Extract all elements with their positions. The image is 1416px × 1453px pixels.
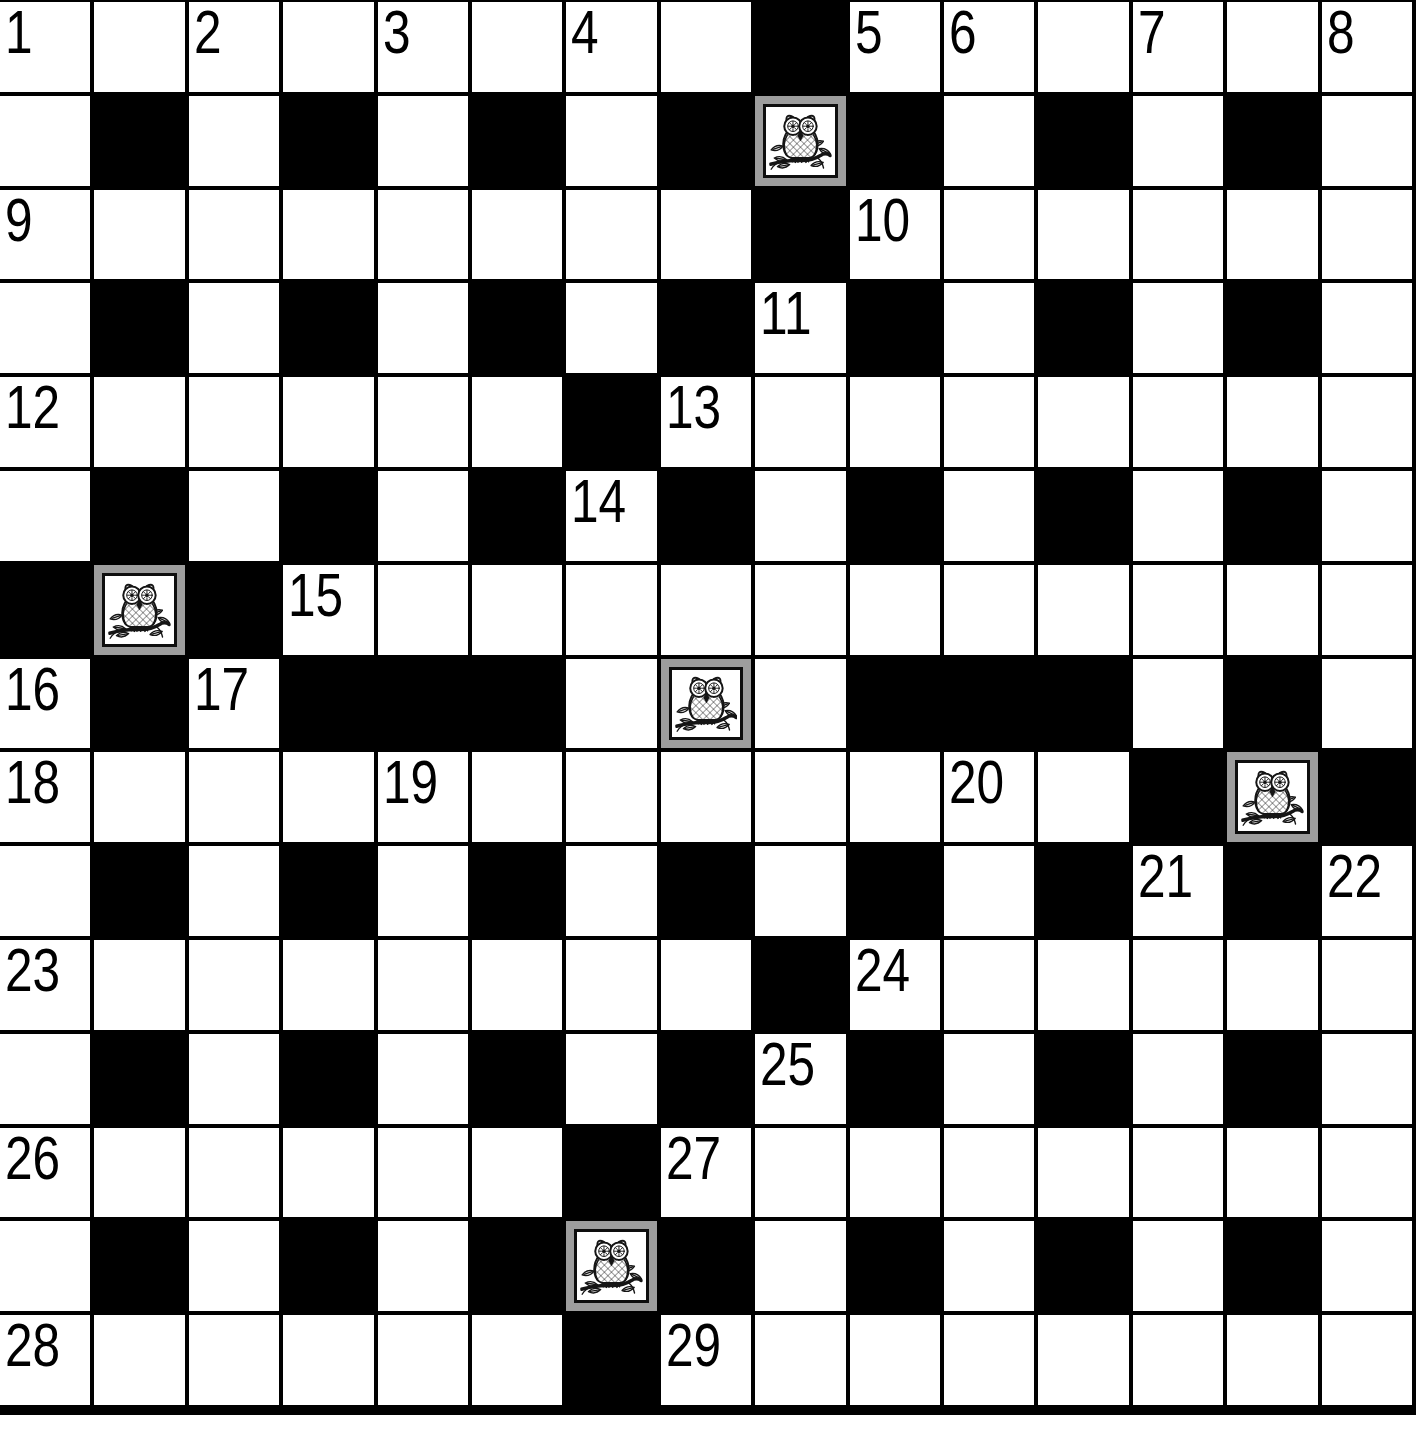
clue-number: 11 <box>760 280 812 345</box>
white-cell[interactable] <box>661 752 751 842</box>
white-cell[interactable] <box>189 96 279 186</box>
black-cell <box>378 659 468 749</box>
white-cell[interactable] <box>189 1034 279 1124</box>
black-cell <box>283 1034 373 1124</box>
owl-frame <box>1235 760 1309 834</box>
clue-number: 6 <box>949 0 977 64</box>
white-cell[interactable] <box>1133 96 1223 186</box>
black-cell <box>472 1221 562 1311</box>
owl-cell[interactable] <box>1227 752 1317 842</box>
white-cell[interactable] <box>944 96 1034 186</box>
white-cell[interactable] <box>661 565 751 655</box>
white-cell[interactable] <box>378 1034 468 1124</box>
clue-number: 7 <box>1138 0 1166 64</box>
clue-number: 10 <box>855 187 910 252</box>
white-cell[interactable] <box>189 190 279 280</box>
white-cell[interactable] <box>755 1221 845 1311</box>
white-cell[interactable]: 22 <box>1322 846 1412 936</box>
white-cell[interactable] <box>189 1315 279 1405</box>
white-cell[interactable] <box>378 940 468 1030</box>
white-cell[interactable] <box>755 752 845 842</box>
white-cell[interactable] <box>472 565 562 655</box>
white-cell[interactable] <box>378 471 468 561</box>
white-cell[interactable] <box>1322 96 1412 186</box>
black-cell <box>94 471 184 561</box>
white-cell[interactable] <box>1038 940 1128 1030</box>
black-cell <box>755 940 845 1030</box>
white-cell[interactable] <box>944 565 1034 655</box>
white-cell[interactable] <box>566 940 656 1030</box>
white-cell[interactable] <box>1038 190 1128 280</box>
white-cell[interactable]: 9 <box>0 190 90 280</box>
white-cell[interactable] <box>94 752 184 842</box>
clue-number: 27 <box>666 1125 721 1190</box>
white-cell[interactable]: 21 <box>1133 846 1223 936</box>
white-cell[interactable] <box>0 1034 90 1124</box>
black-cell <box>661 1221 751 1311</box>
white-cell[interactable] <box>566 846 656 936</box>
white-cell[interactable] <box>1227 2 1317 92</box>
white-cell[interactable] <box>1133 659 1223 749</box>
white-cell[interactable] <box>566 752 656 842</box>
white-cell[interactable] <box>472 190 562 280</box>
white-cell[interactable] <box>472 1128 562 1218</box>
black-cell <box>94 1034 184 1124</box>
white-cell[interactable] <box>1227 1128 1317 1218</box>
white-cell[interactable] <box>1133 190 1223 280</box>
black-cell <box>283 846 373 936</box>
black-cell <box>1227 283 1317 373</box>
owl-cell[interactable] <box>566 1221 656 1311</box>
white-cell[interactable] <box>944 283 1034 373</box>
white-cell[interactable] <box>189 283 279 373</box>
clue-number: 23 <box>5 937 60 1002</box>
clue-number: 1 <box>5 0 33 64</box>
black-cell <box>850 1034 940 1124</box>
black-cell <box>283 659 373 749</box>
white-cell[interactable] <box>1038 565 1128 655</box>
white-cell[interactable] <box>1133 283 1223 373</box>
owl-frame <box>669 667 743 741</box>
owl-cell[interactable] <box>94 565 184 655</box>
black-cell <box>1038 471 1128 561</box>
white-cell[interactable]: 11 <box>755 283 845 373</box>
white-cell[interactable] <box>1322 283 1412 373</box>
white-cell[interactable] <box>755 659 845 749</box>
clue-number: 14 <box>571 468 626 533</box>
white-cell[interactable]: 24 <box>850 940 940 1030</box>
white-cell[interactable] <box>755 846 845 936</box>
white-cell[interactable]: 3 <box>378 2 468 92</box>
white-cell[interactable] <box>1227 1315 1317 1405</box>
white-cell[interactable]: 18 <box>0 752 90 842</box>
clue-number: 24 <box>855 937 910 1002</box>
clue-number: 19 <box>383 749 438 814</box>
black-cell <box>850 659 940 749</box>
white-cell[interactable] <box>1133 940 1223 1030</box>
owl-cell[interactable] <box>661 659 751 749</box>
white-cell[interactable]: 4 <box>566 2 656 92</box>
white-cell[interactable] <box>755 1315 845 1405</box>
white-cell[interactable]: 1 <box>0 2 90 92</box>
black-cell <box>94 659 184 749</box>
black-cell <box>661 283 751 373</box>
clue-number: 4 <box>571 0 599 64</box>
black-cell <box>1227 471 1317 561</box>
white-cell[interactable] <box>378 377 468 467</box>
white-cell[interactable] <box>94 2 184 92</box>
black-cell <box>755 190 845 280</box>
black-cell <box>94 1221 184 1311</box>
white-cell[interactable] <box>472 2 562 92</box>
white-cell[interactable] <box>378 1315 468 1405</box>
black-cell <box>94 96 184 186</box>
white-cell[interactable]: 7 <box>1133 2 1223 92</box>
white-cell[interactable] <box>1227 377 1317 467</box>
white-cell[interactable] <box>1133 1221 1223 1311</box>
white-cell[interactable]: 27 <box>661 1128 751 1218</box>
white-cell[interactable] <box>378 846 468 936</box>
black-cell <box>472 471 562 561</box>
white-cell[interactable] <box>1322 940 1412 1030</box>
white-cell[interactable] <box>850 1128 940 1218</box>
black-cell <box>1227 846 1317 936</box>
black-cell <box>189 565 279 655</box>
owl-icon <box>769 110 832 172</box>
clue-number: 18 <box>5 749 60 814</box>
white-cell[interactable] <box>1133 1315 1223 1405</box>
owl-icon <box>675 672 738 734</box>
black-cell <box>1133 752 1223 842</box>
white-cell[interactable] <box>1038 2 1128 92</box>
black-cell <box>661 1034 751 1124</box>
white-cell[interactable] <box>566 190 656 280</box>
white-cell[interactable] <box>1227 190 1317 280</box>
white-cell[interactable] <box>472 377 562 467</box>
white-cell[interactable] <box>472 752 562 842</box>
clue-number: 26 <box>5 1125 60 1190</box>
white-cell[interactable] <box>1133 377 1223 467</box>
white-cell[interactable] <box>566 565 656 655</box>
black-cell <box>566 377 656 467</box>
black-cell <box>944 659 1034 749</box>
black-cell <box>850 471 940 561</box>
clue-number: 22 <box>1327 843 1382 908</box>
clue-number: 12 <box>5 374 60 439</box>
white-cell[interactable] <box>472 1315 562 1405</box>
white-cell[interactable] <box>94 377 184 467</box>
white-cell[interactable] <box>1133 565 1223 655</box>
white-cell[interactable] <box>944 846 1034 936</box>
white-cell[interactable] <box>755 565 845 655</box>
white-cell[interactable]: 12 <box>0 377 90 467</box>
white-cell[interactable] <box>94 1315 184 1405</box>
white-cell[interactable] <box>1038 752 1128 842</box>
black-cell <box>94 846 184 936</box>
white-cell[interactable] <box>283 940 373 1030</box>
white-cell[interactable]: 17 <box>189 659 279 749</box>
white-cell[interactable] <box>1038 377 1128 467</box>
white-cell[interactable]: 5 <box>850 2 940 92</box>
white-cell[interactable] <box>283 377 373 467</box>
white-cell[interactable] <box>283 190 373 280</box>
white-cell[interactable] <box>189 846 279 936</box>
white-cell[interactable] <box>0 283 90 373</box>
black-cell <box>755 2 845 92</box>
white-cell[interactable] <box>94 940 184 1030</box>
clue-number: 16 <box>5 656 60 721</box>
white-cell[interactable]: 8 <box>1322 2 1412 92</box>
black-cell <box>1038 659 1128 749</box>
white-cell[interactable] <box>944 471 1034 561</box>
owl-cell[interactable] <box>755 96 845 186</box>
owl-icon <box>108 579 171 641</box>
clue-number: 25 <box>760 1031 815 1096</box>
black-cell <box>661 846 751 936</box>
black-cell <box>850 283 940 373</box>
white-cell[interactable] <box>944 940 1034 1030</box>
white-cell[interactable] <box>566 1034 656 1124</box>
black-cell <box>566 1315 656 1405</box>
white-cell[interactable] <box>566 659 656 749</box>
white-cell[interactable] <box>1038 1315 1128 1405</box>
clue-number: 21 <box>1138 843 1193 908</box>
white-cell[interactable] <box>661 2 751 92</box>
black-cell <box>472 846 562 936</box>
white-cell[interactable] <box>0 471 90 561</box>
bottom-margin <box>0 1415 1416 1453</box>
black-cell <box>1227 1034 1317 1124</box>
black-cell <box>283 96 373 186</box>
clue-number: 13 <box>666 374 721 439</box>
white-cell[interactable] <box>472 940 562 1030</box>
white-cell[interactable] <box>0 1221 90 1311</box>
black-cell <box>1038 1221 1128 1311</box>
white-cell[interactable] <box>1133 1128 1223 1218</box>
black-cell <box>472 283 562 373</box>
black-cell <box>472 96 562 186</box>
crossword-grid: 1234567891011121314151617181920212223242… <box>0 0 1416 1415</box>
clue-number: 28 <box>5 1312 60 1377</box>
black-cell <box>472 659 562 749</box>
white-cell[interactable] <box>1322 1034 1412 1124</box>
black-cell <box>850 846 940 936</box>
clue-number: 15 <box>288 562 343 627</box>
black-cell <box>850 96 940 186</box>
white-cell[interactable] <box>378 283 468 373</box>
white-cell[interactable]: 20 <box>944 752 1034 842</box>
black-cell <box>0 565 90 655</box>
white-cell[interactable]: 16 <box>0 659 90 749</box>
white-cell[interactable] <box>1322 471 1412 561</box>
owl-frame <box>763 104 837 178</box>
white-cell[interactable] <box>1133 471 1223 561</box>
white-cell[interactable] <box>189 1128 279 1218</box>
white-cell[interactable] <box>1227 940 1317 1030</box>
white-cell[interactable]: 6 <box>944 2 1034 92</box>
black-cell <box>1227 1221 1317 1311</box>
white-cell[interactable]: 28 <box>0 1315 90 1405</box>
white-cell[interactable] <box>944 1315 1034 1405</box>
white-cell[interactable] <box>283 1128 373 1218</box>
black-cell <box>283 283 373 373</box>
white-cell[interactable] <box>944 377 1034 467</box>
white-cell[interactable] <box>189 377 279 467</box>
black-cell <box>1227 659 1317 749</box>
white-cell[interactable] <box>944 1221 1034 1311</box>
black-cell <box>1322 752 1412 842</box>
black-cell <box>1038 1034 1128 1124</box>
black-cell <box>566 1128 656 1218</box>
white-cell[interactable] <box>94 190 184 280</box>
white-cell[interactable] <box>378 565 468 655</box>
white-cell[interactable]: 25 <box>755 1034 845 1124</box>
white-cell[interactable] <box>1322 377 1412 467</box>
white-cell[interactable]: 26 <box>0 1128 90 1218</box>
white-cell[interactable] <box>1322 659 1412 749</box>
white-cell[interactable] <box>1322 1221 1412 1311</box>
white-cell[interactable] <box>944 1034 1034 1124</box>
white-cell[interactable] <box>755 1128 845 1218</box>
black-cell <box>661 471 751 561</box>
white-cell[interactable] <box>283 752 373 842</box>
owl-frame <box>574 1229 648 1303</box>
clue-number: 5 <box>855 0 883 64</box>
black-cell <box>472 1034 562 1124</box>
white-cell[interactable] <box>0 846 90 936</box>
black-cell <box>1038 283 1128 373</box>
clue-number: 8 <box>1327 0 1355 64</box>
white-cell[interactable] <box>1322 1128 1412 1218</box>
white-cell[interactable] <box>378 190 468 280</box>
white-cell[interactable] <box>944 1128 1034 1218</box>
white-cell[interactable] <box>378 1221 468 1311</box>
white-cell[interactable] <box>189 752 279 842</box>
white-cell[interactable]: 10 <box>850 190 940 280</box>
owl-icon <box>1241 766 1304 828</box>
white-cell[interactable] <box>1227 565 1317 655</box>
clue-number: 17 <box>194 656 249 721</box>
white-cell[interactable] <box>0 96 90 186</box>
clue-number: 2 <box>194 0 222 64</box>
white-cell[interactable] <box>1133 1034 1223 1124</box>
black-cell <box>94 283 184 373</box>
white-cell[interactable] <box>755 377 845 467</box>
white-cell[interactable] <box>189 1221 279 1311</box>
owl-frame <box>102 573 176 647</box>
black-cell <box>1038 96 1128 186</box>
white-cell[interactable] <box>566 283 656 373</box>
white-cell[interactable] <box>850 377 940 467</box>
white-cell[interactable] <box>378 96 468 186</box>
clue-number: 29 <box>666 1312 721 1377</box>
black-cell <box>661 96 751 186</box>
white-cell[interactable] <box>283 2 373 92</box>
clue-number: 9 <box>5 187 33 252</box>
white-cell[interactable] <box>661 940 751 1030</box>
black-cell <box>1038 846 1128 936</box>
white-cell[interactable] <box>1322 190 1412 280</box>
black-cell <box>283 471 373 561</box>
white-cell[interactable] <box>283 1315 373 1405</box>
white-cell[interactable] <box>755 471 845 561</box>
white-cell[interactable]: 14 <box>566 471 656 561</box>
clue-number: 3 <box>383 0 411 64</box>
black-cell <box>283 1221 373 1311</box>
white-cell[interactable] <box>1322 1315 1412 1405</box>
white-cell[interactable] <box>850 752 940 842</box>
white-cell[interactable]: 23 <box>0 940 90 1030</box>
white-cell[interactable]: 19 <box>378 752 468 842</box>
white-cell[interactable]: 29 <box>661 1315 751 1405</box>
white-cell[interactable]: 2 <box>189 2 279 92</box>
white-cell[interactable] <box>94 1128 184 1218</box>
black-cell <box>1227 96 1317 186</box>
white-cell[interactable] <box>566 96 656 186</box>
white-cell[interactable] <box>850 565 940 655</box>
white-cell[interactable] <box>944 190 1034 280</box>
white-cell[interactable]: 15 <box>283 565 373 655</box>
white-cell[interactable] <box>1322 565 1412 655</box>
white-cell[interactable] <box>189 471 279 561</box>
white-cell[interactable] <box>1038 1128 1128 1218</box>
white-cell[interactable] <box>378 1128 468 1218</box>
white-cell[interactable] <box>661 190 751 280</box>
white-cell[interactable] <box>850 1315 940 1405</box>
clue-number: 20 <box>949 749 1004 814</box>
white-cell[interactable]: 13 <box>661 377 751 467</box>
white-cell[interactable] <box>189 940 279 1030</box>
owl-icon <box>580 1235 643 1297</box>
black-cell <box>850 1221 940 1311</box>
